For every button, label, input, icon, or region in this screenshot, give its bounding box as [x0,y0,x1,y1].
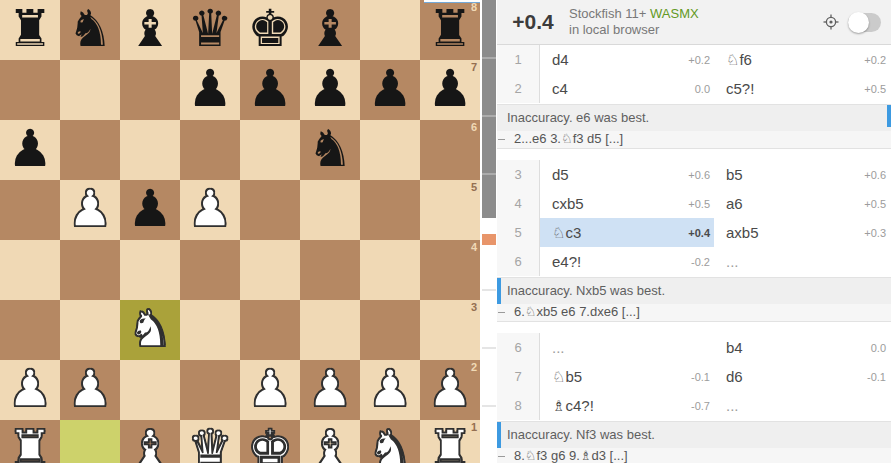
square-a1[interactable]: ♜ [0,420,60,463]
white-move-cell[interactable]: e4?!-0.2 [540,247,714,276]
square-d3[interactable] [180,300,240,360]
square-a4[interactable] [0,240,60,300]
variation-line[interactable]: 8.♘f3 g6 9.♗d3 [...] [497,448,891,463]
square-h8[interactable]: ♜8 [420,0,480,60]
white-king-e1: ♚ [240,420,300,463]
black-move-cell[interactable]: c5?!+0.5 [714,74,890,103]
black-move-cell[interactable]: ... [714,391,890,420]
move-number: 2 [497,74,540,103]
square-b4[interactable] [60,240,120,300]
square-c8[interactable]: ♝ [120,0,180,60]
black-pawn-d7: ♟ [180,60,240,120]
white-move-cell[interactable]: d4+0.2 [540,45,714,74]
white-bishop-c1: ♝ [120,420,180,463]
move-row: 4cxb5+0.5a6+0.5 [497,189,891,218]
rank-coordinate-5: 5 [471,181,477,193]
move-eval: +0.6 [864,169,886,181]
square-g1[interactable]: ♞ [360,420,420,463]
move-eval: +0.5 [864,83,886,95]
engine-toggle[interactable] [848,13,881,32]
rank-coordinate-2: 2 [471,361,477,373]
square-d1[interactable]: ♛ [180,420,240,463]
white-move-cell[interactable]: c40.0 [540,74,714,103]
square-d6[interactable] [180,120,240,180]
black-pawn-g7: ♟ [360,60,420,120]
move-number: 6 [497,247,540,276]
square-g4[interactable] [360,240,420,300]
move-eval: +0.5 [864,198,886,210]
interrupt-block: Inaccuracy. Nxb5 was best.6.♘xb5 e6 7.dx… [497,277,891,322]
square-g6[interactable] [360,120,420,180]
square-e7[interactable]: ♟ [240,60,300,120]
gauge-tick [482,405,496,407]
gauge-tick [482,57,496,59]
engine-location: in local browser [569,22,818,38]
square-c2[interactable] [120,360,180,420]
rank-coordinate-7: 7 [471,61,477,73]
move-list: 1d4+0.2♘f6+0.22c40.0c5?!+0.5Inaccuracy. … [497,45,891,463]
square-f1[interactable]: ♝ [300,420,360,463]
square-e8[interactable]: ♚ [240,0,300,60]
scrollbar-thumb[interactable] [887,105,891,127]
move-san: ... [726,253,739,270]
engine-header: +0.4 Stockfish 11+ WASMX in local browse… [497,0,891,45]
black-queen-d8: ♛ [180,0,240,60]
white-move-cell[interactable]: d5+0.6 [540,160,714,189]
black-move-cell[interactable]: ♘f6+0.2 [714,45,890,74]
move-eval: -0.2 [691,256,710,268]
black-bishop-f8: ♝ [300,0,360,60]
black-move-cell[interactable]: axb5+0.3 [714,218,890,247]
black-move-cell[interactable]: b40.0 [714,333,890,362]
square-h4[interactable]: 4 [420,240,480,300]
move-number: 7 [497,362,540,391]
move-eval: -0.7 [691,400,710,412]
engine-name: Stockfish 11+ [569,6,646,21]
square-d8[interactable]: ♛ [180,0,240,60]
square-e3[interactable] [240,300,300,360]
move-eval: +0.6 [688,169,710,181]
gauge-tick [482,173,496,175]
white-move-cell[interactable]: ♘b5-0.1 [540,362,714,391]
move-eval: +0.3 [864,227,886,239]
black-pawn-c5: ♟ [120,180,180,240]
square-a8[interactable]: ♜ [0,0,60,60]
move-number: 8 [497,391,540,420]
white-knight-g1: ♞ [360,420,420,463]
rank-coordinate-1: 1 [471,421,477,433]
white-move-cell[interactable]: ♗c4?!-0.7 [540,391,714,420]
move-san: ♘c3 [552,224,581,242]
move-eval: +0.5 [688,198,710,210]
interrupt-block: Inaccuracy. Nf3 was best.8.♘f3 g6 9.♗d3 … [497,421,891,463]
square-e6[interactable] [240,120,300,180]
move-san: ... [552,339,565,356]
cutoff-ui-fragment [424,0,480,3]
move-san: b4 [726,339,743,356]
black-move-cell[interactable]: b5+0.6 [714,160,890,189]
analysis-panel: +0.4 Stockfish 11+ WASMX in local browse… [497,0,891,463]
gauge-tick [482,347,496,349]
white-move-cell[interactable]: ... [540,333,714,362]
move-san: c4 [552,80,568,97]
black-move-cell[interactable]: a6+0.5 [714,189,890,218]
square-b5[interactable]: ♟ [60,180,120,240]
square-a2[interactable]: ♟ [0,360,60,420]
black-king-e8: ♚ [240,0,300,60]
move-eval: +0.2 [688,54,710,66]
eval-gauge-white-fill [482,218,496,463]
square-c4[interactable] [120,240,180,300]
square-a5[interactable] [0,180,60,240]
white-pawn-a2: ♟ [0,360,60,420]
move-eval: 0.0 [871,342,886,354]
move-san: ♘f6 [726,51,752,69]
annotation-comment: Inaccuracy. e6 was best. [497,105,891,131]
move-row: 2c40.0c5?!+0.5 [497,74,891,103]
move-eval: +0.2 [864,54,886,66]
square-h7[interactable]: ♟7 [420,60,480,120]
analysis-app: ♜♞♝♛♚♝♜8♟♟♟♟♟7♟♞6♟♟♟54♞3♟♟♟♟♟♟2♜♝♛♚♝♞♜1 … [0,0,891,463]
square-g3[interactable] [360,300,420,360]
move-san: ♘b5 [552,368,582,386]
square-e1[interactable]: ♚ [240,420,300,463]
move-row: 5♘c3+0.4axb5+0.3 [497,218,891,247]
move-san: ... [726,397,739,414]
square-d5[interactable]: ♟ [180,180,240,240]
annotation-comment: Inaccuracy. Nf3 was best. [497,422,891,448]
move-row: 1d4+0.2♘f6+0.2 [497,45,891,74]
move-eval: -0.1 [867,371,886,383]
square-d7[interactable]: ♟ [180,60,240,120]
white-pawn-b2: ♟ [60,360,120,420]
move-row: 6...b40.0 [497,333,891,362]
move-san: b5 [726,166,743,183]
square-b6[interactable] [60,120,120,180]
white-pawn-g2: ♟ [360,360,420,420]
black-bishop-c8: ♝ [120,0,180,60]
square-f7[interactable]: ♟ [300,60,360,120]
square-a7[interactable] [0,60,60,120]
move-san: cxb5 [552,195,584,212]
square-g7[interactable]: ♟ [360,60,420,120]
square-a3[interactable] [0,300,60,360]
engine-toggle-knob [848,12,869,33]
move-san: d5 [552,166,569,183]
move-san: c5?! [726,80,754,97]
square-e4[interactable] [240,240,300,300]
black-pawn-a6: ♟ [0,120,60,180]
variation-line[interactable]: 2...e6 3.♘f3 d5 [...] [497,131,891,148]
engine-badge: WASMX [650,6,699,21]
square-b1[interactable] [60,420,120,463]
white-knight-c3: ♞ [120,300,180,360]
rank-coordinate-3: 3 [471,301,477,313]
white-move-cell[interactable]: cxb5+0.5 [540,189,714,218]
black-knight-f6: ♞ [300,120,360,180]
eval-gauge [482,0,496,463]
move-number: 3 [497,160,540,189]
move-san: axb5 [726,224,759,241]
engine-eval-score: +0.4 [497,10,569,34]
variation-line[interactable]: 6.♘xb5 e6 7.dxe6 [...] [497,304,891,321]
rank-coordinate-4: 4 [471,241,477,253]
white-rook-a1: ♜ [0,420,60,463]
white-pawn-b5: ♟ [60,180,120,240]
move-row: 3d5+0.6b5+0.6 [497,160,891,189]
square-b2[interactable]: ♟ [60,360,120,420]
interrupt-block: Inaccuracy. e6 was best.2...e6 3.♘f3 d5 … [497,104,891,149]
move-row: 6e4?!-0.2... [497,247,891,276]
square-e5[interactable] [240,180,300,240]
square-f5[interactable] [300,180,360,240]
square-e2[interactable]: ♟ [240,360,300,420]
square-b8[interactable]: ♞ [60,0,120,60]
square-g2[interactable]: ♟ [360,360,420,420]
black-knight-b8: ♞ [60,0,120,60]
engine-info: Stockfish 11+ WASMX in local browser [569,6,818,38]
square-f3[interactable] [300,300,360,360]
square-h3[interactable]: 3 [420,300,480,360]
black-rook-a8: ♜ [0,0,60,60]
square-b3[interactable] [60,300,120,360]
move-san: d6 [726,368,743,385]
square-d2[interactable] [180,360,240,420]
square-b7[interactable] [60,60,120,120]
gauge-tick [482,115,496,117]
white-bishop-f1: ♝ [300,420,360,463]
move-eval: -0.1 [691,371,710,383]
square-h2[interactable]: ♟2 [420,360,480,420]
move-number: 6 [497,333,540,362]
square-c6[interactable] [120,120,180,180]
white-pawn-f2: ♟ [300,360,360,420]
move-san: e4?! [552,253,581,270]
move-san: ♗c4?! [552,397,594,415]
rank-coordinate-6: 6 [471,121,477,133]
square-h1[interactable]: ♜1 [420,420,480,463]
chess-board: ♜♞♝♛♚♝♜8♟♟♟♟♟7♟♞6♟♟♟54♞3♟♟♟♟♟♟2♜♝♛♚♝♞♜1 [0,0,480,463]
square-h6[interactable]: 6 [420,120,480,180]
square-c3[interactable]: ♞ [120,300,180,360]
move-eval: +0.4 [688,227,710,239]
white-move-cell[interactable]: ♘c3+0.4 [540,218,714,247]
black-pawn-f7: ♟ [300,60,360,120]
move-number: 5 [497,218,540,247]
square-f6[interactable]: ♞ [300,120,360,180]
square-c7[interactable] [120,60,180,120]
square-c5[interactable]: ♟ [120,180,180,240]
move-row: 8♗c4?!-0.7... [497,391,891,420]
black-pawn-e7: ♟ [240,60,300,120]
square-g8[interactable] [360,0,420,60]
white-queen-d1: ♛ [180,420,240,463]
square-f2[interactable]: ♟ [300,360,360,420]
black-move-cell[interactable]: ... [714,247,890,276]
square-g5[interactable] [360,180,420,240]
gauge-tick [482,289,496,291]
gauge-zero-tick [482,234,496,245]
move-eval: 0.0 [695,83,710,95]
annotation-comment: Inaccuracy. Nxb5 was best. [497,278,891,304]
move-number: 4 [497,189,540,218]
move-san: a6 [726,195,743,212]
square-f8[interactable]: ♝ [300,0,360,60]
square-h5[interactable]: 5 [420,180,480,240]
practice-target-icon[interactable] [818,9,844,35]
square-c1[interactable]: ♝ [120,420,180,463]
white-pawn-e2: ♟ [240,360,300,420]
move-number: 1 [497,45,540,74]
white-pawn-d5: ♟ [180,180,240,240]
square-d4[interactable] [180,240,240,300]
black-move-cell[interactable]: d6-0.1 [714,362,890,391]
square-f4[interactable] [300,240,360,300]
square-a6[interactable]: ♟ [0,120,60,180]
move-san: d4 [552,51,569,68]
move-row: 7♘b5-0.1d6-0.1 [497,362,891,391]
